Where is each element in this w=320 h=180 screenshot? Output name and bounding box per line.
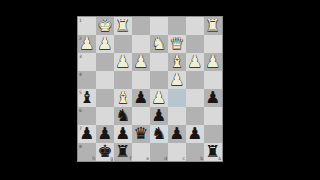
square-a8[interactable]: ♜a [204,143,222,161]
piece-white-pawn-g2[interactable]: ♟ [98,35,113,53]
piece-white-pawn-c4[interactable]: ♟ [170,71,185,89]
piece-white-pawn-e3[interactable]: ♟ [134,53,149,71]
square-b2[interactable] [186,35,204,53]
piece-white-bishop-f5[interactable]: ♝ [116,89,131,107]
square-c7[interactable]: ♟ [168,125,186,143]
piece-black-knight-f6[interactable]: ♞ [116,107,131,125]
square-h8[interactable]: 8h [78,143,96,161]
piece-white-pawn-h2[interactable]: ♟ [80,35,95,53]
square-a7[interactable] [204,125,222,143]
file-label-d: d [164,156,167,161]
square-c1[interactable] [168,17,186,35]
square-c5[interactable] [168,89,186,107]
square-g8[interactable]: ♚g [96,143,114,161]
square-a6[interactable] [204,107,222,125]
piece-black-pawn-b7[interactable]: ♟ [188,125,203,143]
rank-label-8: 8 [79,144,82,149]
square-d8[interactable]: d [150,143,168,161]
square-d5[interactable]: ♟ [150,89,168,107]
square-c8[interactable]: c [168,143,186,161]
piece-white-pawn-d5[interactable]: ♟ [152,89,167,107]
square-f7[interactable]: ♟ [114,125,132,143]
square-g6[interactable] [96,107,114,125]
square-c4[interactable]: ♟ [168,71,186,89]
square-f4[interactable] [114,71,132,89]
square-f8[interactable]: ♜f [114,143,132,161]
rank-label-6: 6 [79,108,82,113]
square-c2[interactable]: ♛ [168,35,186,53]
square-d1[interactable] [150,17,168,35]
square-b4[interactable] [186,71,204,89]
square-g1[interactable]: ♚ [96,17,114,35]
piece-black-rook-a8[interactable]: ♜ [206,143,221,161]
piece-black-pawn-g7[interactable]: ♟ [98,125,113,143]
square-f6[interactable]: ♞ [114,107,132,125]
square-e1[interactable] [132,17,150,35]
piece-white-rook-a1[interactable]: ♜ [206,17,221,35]
piece-white-bishop-c3[interactable]: ♝ [170,53,185,71]
file-label-c: c [183,156,185,161]
square-c6[interactable] [168,107,186,125]
piece-black-pawn-a5[interactable]: ♟ [206,89,221,107]
piece-white-rook-f1[interactable]: ♜ [116,17,131,35]
square-d3[interactable] [150,53,168,71]
piece-black-pawn-d6[interactable]: ♟ [152,107,167,125]
square-f1[interactable]: ♜ [114,17,132,35]
piece-black-king-g8[interactable]: ♚ [98,143,113,161]
square-d6[interactable]: ♟ [150,107,168,125]
square-e4[interactable] [132,71,150,89]
square-b3[interactable]: ♟ [186,53,204,71]
piece-white-knight-d2[interactable]: ♞ [152,35,167,53]
square-f5[interactable]: ♝ [114,89,132,107]
square-b8[interactable]: b [186,143,204,161]
square-d4[interactable] [150,71,168,89]
square-h5[interactable]: ♝5 [78,89,96,107]
square-h2[interactable]: ♟2 [78,35,96,53]
rank-label-4: 4 [79,72,82,77]
piece-white-pawn-b3[interactable]: ♟ [188,53,203,71]
piece-black-bishop-h5[interactable]: ♝ [80,89,95,107]
square-e2[interactable] [132,35,150,53]
square-g5[interactable] [96,89,114,107]
piece-black-pawn-e5[interactable]: ♟ [134,89,149,107]
piece-black-rook-f8[interactable]: ♜ [116,143,131,161]
square-a3[interactable]: ♟ [204,53,222,71]
piece-black-pawn-h7[interactable]: ♟ [80,125,95,143]
square-a5[interactable]: ♟ [204,89,222,107]
square-h4[interactable]: 4 [78,71,96,89]
piece-black-pawn-f7[interactable]: ♟ [116,125,131,143]
file-label-h: h [92,156,95,161]
square-h6[interactable]: 6 [78,107,96,125]
chessboard: 1♚♜♜♟2♟♞♛3♟♟♝♟♟4♟♝5♝♟♟♟6♞♟♟7♟♟♛♞♟♟8h♚g♜f… [77,16,223,162]
piece-white-queen-c2[interactable]: ♛ [170,35,185,53]
piece-white-pawn-f3[interactable]: ♟ [116,53,131,71]
square-g4[interactable] [96,71,114,89]
square-h7[interactable]: ♟7 [78,125,96,143]
square-e7[interactable]: ♛ [132,125,150,143]
square-f3[interactable]: ♟ [114,53,132,71]
square-e3[interactable]: ♟ [132,53,150,71]
square-d2[interactable]: ♞ [150,35,168,53]
square-h3[interactable]: 3 [78,53,96,71]
square-e6[interactable] [132,107,150,125]
piece-black-pawn-c7[interactable]: ♟ [170,125,185,143]
square-b1[interactable] [186,17,204,35]
square-h1[interactable]: 1 [78,17,96,35]
square-d7[interactable]: ♞ [150,125,168,143]
square-a4[interactable] [204,71,222,89]
square-b7[interactable]: ♟ [186,125,204,143]
square-c3[interactable]: ♝ [168,53,186,71]
rank-label-3: 3 [79,54,82,59]
square-e8[interactable]: e [132,143,150,161]
square-g2[interactable]: ♟ [96,35,114,53]
square-g7[interactable]: ♟ [96,125,114,143]
piece-black-knight-d7[interactable]: ♞ [152,125,167,143]
file-label-b: b [200,156,203,161]
square-a2[interactable] [204,35,222,53]
piece-white-pawn-a3[interactable]: ♟ [206,53,221,71]
square-e5[interactable]: ♟ [132,89,150,107]
rank-label-1: 1 [79,18,82,23]
file-label-e: e [146,156,149,161]
square-g3[interactable] [96,53,114,71]
square-f2[interactable] [114,35,132,53]
square-b6[interactable] [186,107,204,125]
piece-white-king-g1[interactable]: ♚ [98,17,113,35]
square-a1[interactable]: ♜ [204,17,222,35]
piece-black-queen-e7[interactable]: ♛ [134,125,149,143]
square-b5[interactable] [186,89,204,107]
